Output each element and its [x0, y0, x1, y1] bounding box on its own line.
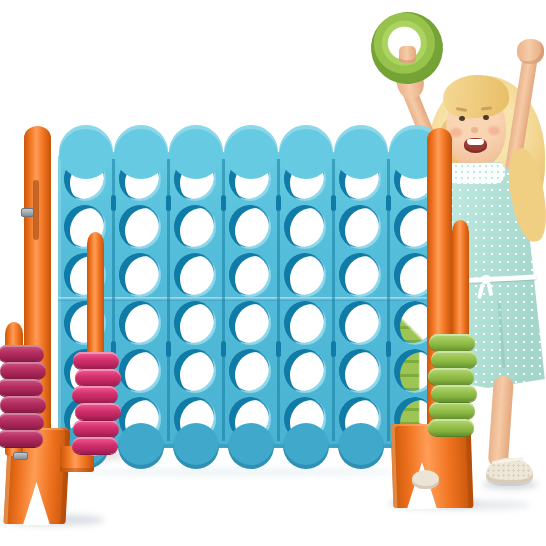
- child-fingers: [399, 46, 416, 63]
- held-ring-group: [0, 0, 546, 546]
- product-photo-stage: [0, 0, 546, 546]
